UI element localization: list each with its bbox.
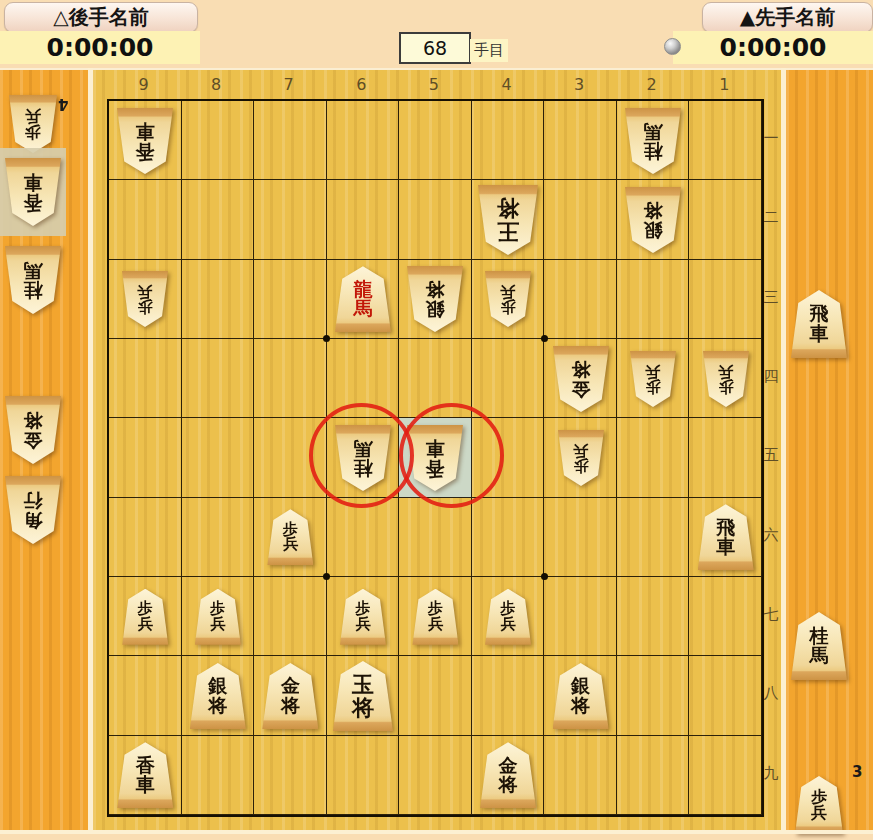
piece-kanji: 兵	[138, 284, 153, 299]
piece-kanji: 金	[571, 379, 590, 399]
square-23[interactable]	[617, 260, 690, 339]
piece-pawn-sente[interactable]: 歩兵	[122, 589, 168, 645]
square-82[interactable]	[182, 180, 255, 259]
piece-gold-gote[interactable]: 金将	[5, 396, 61, 464]
hand-item-gold-gote[interactable]: 金将	[0, 386, 66, 474]
piece-kanji: 将	[571, 359, 590, 379]
piece-kanji: 兵	[138, 617, 153, 632]
piece-kanji: 車	[810, 324, 829, 344]
piece-lance-gote[interactable]: 香車	[117, 108, 173, 174]
square-14[interactable]: 歩兵	[689, 339, 762, 418]
piece-kanji: 将	[24, 410, 43, 430]
piece-kanji: 兵	[501, 617, 516, 632]
square-51[interactable]	[399, 101, 472, 180]
piece-pawn-sente[interactable]: 歩兵	[412, 589, 458, 645]
gote-clock: 0:00:00	[0, 31, 200, 64]
square-88[interactable]: 銀将	[182, 656, 255, 735]
hand-count-pawn: 3	[852, 763, 862, 781]
square-67[interactable]: 歩兵	[327, 577, 400, 656]
square-63[interactable]: 龍馬	[327, 260, 400, 339]
piece-silver-gote[interactable]: 銀将	[407, 266, 463, 332]
piece-pawn-sente[interactable]: 歩兵	[795, 776, 843, 834]
piece-pawn-gote[interactable]: 歩兵	[485, 271, 531, 327]
square-16[interactable]: 飛車	[689, 498, 762, 577]
square-43[interactable]: 歩兵	[472, 260, 545, 339]
piece-gold-sente[interactable]: 金将	[480, 742, 536, 808]
file-label-1: 1	[688, 75, 761, 94]
piece-kanji: 歩	[573, 458, 588, 473]
square-76[interactable]: 歩兵	[254, 498, 327, 577]
square-31[interactable]	[544, 101, 617, 180]
square-33[interactable]	[544, 260, 617, 339]
hand-count-pawn: 4	[58, 95, 68, 113]
file-label-8: 8	[180, 75, 253, 94]
square-21[interactable]: 桂馬	[617, 101, 690, 180]
piece-kanji: 兵	[811, 805, 827, 821]
square-22[interactable]: 銀将	[617, 180, 690, 259]
square-25[interactable]	[617, 418, 690, 497]
move-annotation-circle	[399, 403, 504, 508]
piece-kanji: 玉	[352, 673, 374, 696]
piece-silver-sente[interactable]: 銀将	[553, 663, 609, 729]
square-78[interactable]: 金将	[254, 656, 327, 735]
piece-kanji: 香	[136, 141, 155, 161]
piece-kanji: 車	[136, 121, 155, 141]
piece-kanji: 兵	[501, 284, 516, 299]
square-79[interactable]	[254, 736, 327, 815]
square-59[interactable]	[399, 736, 472, 815]
square-47[interactable]: 歩兵	[472, 577, 545, 656]
hand-item-bishop-gote[interactable]: 角行	[0, 466, 66, 554]
piece-kanji: 馬	[24, 260, 43, 280]
square-49[interactable]: 金将	[472, 736, 545, 815]
piece-kanji: 銀	[426, 299, 445, 319]
file-label-4: 4	[470, 75, 543, 94]
piece-kanji: 桂	[644, 141, 663, 161]
piece-kanji: 馬	[810, 646, 829, 666]
hand-item-knight-gote[interactable]: 桂馬	[0, 236, 66, 324]
piece-kanji: 将	[499, 775, 518, 795]
piece-kanji: 歩	[501, 299, 516, 314]
square-37[interactable]	[544, 577, 617, 656]
piece-kanji: 兵	[210, 617, 225, 632]
piece-kanji: 香	[24, 192, 43, 212]
square-17[interactable]	[689, 577, 762, 656]
piece-pawn-gote[interactable]: 歩兵	[122, 271, 168, 327]
piece-kanji: 将	[497, 197, 519, 220]
square-71[interactable]	[254, 101, 327, 180]
file-label-6: 6	[325, 75, 398, 94]
sente-clock: 0:00:00	[673, 31, 873, 64]
piece-knight-gote[interactable]: 桂馬	[5, 246, 61, 314]
square-19[interactable]	[689, 736, 762, 815]
piece-kanji: 馬	[353, 299, 372, 319]
piece-kanji: 王	[497, 220, 519, 243]
square-11[interactable]	[689, 101, 762, 180]
piece-pawn-gote[interactable]: 歩兵	[558, 430, 604, 486]
square-73[interactable]	[254, 260, 327, 339]
square-96[interactable]	[109, 498, 182, 577]
square-28[interactable]	[617, 656, 690, 735]
piece-kanji: 兵	[646, 363, 661, 378]
piece-kanji: 将	[208, 696, 227, 716]
square-32[interactable]	[544, 180, 617, 259]
move-number-input[interactable]: 68	[399, 32, 471, 64]
square-36[interactable]	[544, 498, 617, 577]
hand-item-pawn-sente[interactable]: 歩兵	[786, 761, 852, 840]
square-38[interactable]: 銀将	[544, 656, 617, 735]
square-74[interactable]	[254, 339, 327, 418]
piece-horse-sente[interactable]: 龍馬	[335, 266, 391, 332]
square-62[interactable]	[327, 180, 400, 259]
sente-hand-tray: 飛車桂馬歩兵3	[786, 68, 873, 832]
piece-lance-gote[interactable]: 香車	[5, 158, 61, 226]
piece-knight-gote[interactable]: 桂馬	[625, 108, 681, 174]
square-52[interactable]	[399, 180, 472, 259]
square-91[interactable]: 香車	[109, 101, 182, 180]
square-61[interactable]	[327, 101, 400, 180]
piece-kanji: 兵	[283, 537, 298, 552]
file-label-2: 2	[615, 75, 688, 94]
piece-kanji: 兵	[428, 617, 443, 632]
piece-kanji: 兵	[355, 617, 370, 632]
square-15[interactable]	[689, 418, 762, 497]
square-46[interactable]	[472, 498, 545, 577]
status-lamp-icon	[664, 38, 681, 55]
square-58[interactable]	[399, 656, 472, 735]
piece-rook-sente[interactable]: 飛車	[791, 290, 847, 358]
piece-kanji: 歩	[25, 124, 41, 140]
piece-kanji: 歩	[138, 299, 153, 314]
square-24[interactable]: 歩兵	[617, 339, 690, 418]
piece-kanji: 金	[24, 430, 43, 450]
square-92[interactable]	[109, 180, 182, 259]
square-68[interactable]: 玉将	[327, 656, 400, 735]
piece-king-sente[interactable]: 玉将	[333, 661, 393, 731]
square-89[interactable]	[182, 736, 255, 815]
move-annotation-circle	[309, 403, 414, 508]
piece-bishop-gote[interactable]: 角行	[5, 476, 61, 544]
square-41[interactable]	[472, 101, 545, 180]
piece-kanji: 将	[644, 200, 663, 220]
square-86[interactable]	[182, 498, 255, 577]
piece-kanji: 銀	[644, 220, 663, 240]
piece-kanji: 角	[24, 510, 43, 530]
square-99[interactable]: 香車	[109, 736, 182, 815]
piece-pawn-gote[interactable]: 歩兵	[703, 351, 749, 407]
piece-king-gote[interactable]: 王将	[478, 185, 538, 255]
piece-pawn-sente[interactable]: 歩兵	[195, 589, 241, 645]
file-label-3: 3	[543, 75, 616, 94]
piece-knight-sente[interactable]: 桂馬	[791, 612, 847, 680]
square-97[interactable]: 歩兵	[109, 577, 182, 656]
piece-gold-gote[interactable]: 金将	[553, 346, 609, 412]
piece-kanji: 将	[352, 696, 374, 719]
shogi-app: △後手名前 ▲先手名前 0:00:00 0:00:00 68 手目 歩兵4香車桂…	[0, 0, 873, 840]
piece-kanji: 行	[24, 490, 43, 510]
square-81[interactable]	[182, 101, 255, 180]
square-13[interactable]	[689, 260, 762, 339]
piece-pawn-sente[interactable]: 歩兵	[485, 589, 531, 645]
square-77[interactable]	[254, 577, 327, 656]
hand-item-rook-sente[interactable]: 飛車	[786, 280, 852, 368]
file-label-5: 5	[397, 75, 470, 94]
square-34[interactable]: 金将	[544, 339, 617, 418]
square-93[interactable]: 歩兵	[109, 260, 182, 339]
piece-kanji: 将	[281, 696, 300, 716]
bottom-divider	[0, 830, 873, 834]
square-35[interactable]: 歩兵	[544, 418, 617, 497]
piece-lance-sente[interactable]: 香車	[117, 742, 173, 808]
square-87[interactable]: 歩兵	[182, 577, 255, 656]
piece-kanji: 将	[426, 280, 445, 300]
piece-silver-gote[interactable]: 銀将	[625, 187, 681, 253]
square-53[interactable]: 銀将	[399, 260, 472, 339]
hand-item-lance-gote[interactable]: 香車	[0, 148, 66, 236]
piece-kanji: 兵	[718, 363, 733, 378]
square-85[interactable]	[182, 418, 255, 497]
sente-name-button[interactable]: ▲先手名前	[702, 2, 873, 33]
square-95[interactable]	[109, 418, 182, 497]
gote-name-button[interactable]: △後手名前	[4, 2, 198, 33]
piece-kanji: 兵	[25, 108, 41, 124]
square-44[interactable]	[472, 339, 545, 418]
piece-kanji: 馬	[644, 121, 663, 141]
square-69[interactable]	[327, 736, 400, 815]
move-number-label: 手目	[470, 39, 508, 62]
square-18[interactable]	[689, 656, 762, 735]
square-98[interactable]	[109, 656, 182, 735]
square-57[interactable]: 歩兵	[399, 577, 472, 656]
piece-rook-sente[interactable]: 飛車	[698, 504, 754, 570]
square-56[interactable]	[399, 498, 472, 577]
square-66[interactable]	[327, 498, 400, 577]
file-label-7: 7	[252, 75, 325, 94]
piece-pawn-sente[interactable]: 歩兵	[340, 589, 386, 645]
piece-kanji: 車	[136, 775, 155, 795]
square-94[interactable]	[109, 339, 182, 418]
piece-kanji: 桂	[24, 280, 43, 300]
piece-pawn-sente[interactable]: 歩兵	[267, 509, 313, 565]
piece-kanji: 車	[716, 537, 735, 557]
square-84[interactable]	[182, 339, 255, 418]
square-29[interactable]	[617, 736, 690, 815]
piece-silver-sente[interactable]: 銀将	[190, 663, 246, 729]
square-26[interactable]	[617, 498, 690, 577]
square-12[interactable]	[689, 180, 762, 259]
gote-hand-tray: 歩兵4香車桂馬金将角行	[0, 68, 88, 832]
piece-kanji: 兵	[573, 443, 588, 458]
piece-pawn-gote[interactable]: 歩兵	[9, 95, 57, 153]
square-48[interactable]	[472, 656, 545, 735]
square-83[interactable]	[182, 260, 255, 339]
piece-kanji: 将	[571, 696, 590, 716]
piece-gold-sente[interactable]: 金将	[262, 663, 318, 729]
hand-item-knight-sente[interactable]: 桂馬	[786, 602, 852, 690]
square-39[interactable]	[544, 736, 617, 815]
square-27[interactable]	[617, 577, 690, 656]
square-42[interactable]: 王将	[472, 180, 545, 259]
file-label-9: 9	[107, 75, 180, 94]
square-72[interactable]	[254, 180, 327, 259]
piece-pawn-gote[interactable]: 歩兵	[630, 351, 676, 407]
piece-kanji: 車	[24, 172, 43, 192]
